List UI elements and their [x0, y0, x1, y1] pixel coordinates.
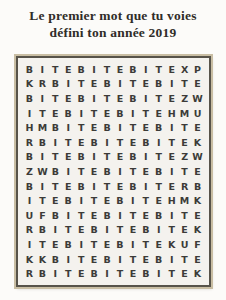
grid-cell: B — [23, 150, 36, 165]
grid-cell: R — [23, 266, 36, 281]
grid-cell: H — [23, 120, 36, 135]
grid-cell: Z — [178, 150, 191, 165]
grid-cell: E — [178, 266, 191, 281]
grid-cell: E — [126, 266, 139, 281]
grid-cell: T — [178, 164, 191, 179]
grid-cell: T — [49, 62, 62, 77]
grid-cell: I — [36, 150, 49, 165]
grid-cell: E — [101, 193, 114, 208]
grid-cell: F — [36, 208, 49, 223]
grid-cell: B — [152, 120, 165, 135]
grid-cell: I — [114, 164, 127, 179]
grid-cell: E — [126, 135, 139, 150]
grid-cell: I — [114, 208, 127, 223]
grid-cell: M — [178, 106, 191, 121]
grid-cell: I — [23, 237, 36, 252]
grid-cell: R — [23, 135, 36, 150]
grid-cell: T — [139, 193, 152, 208]
grid-cell: T — [114, 266, 127, 281]
grid-cell: B — [36, 135, 49, 150]
grid-cell: B — [62, 237, 75, 252]
grid-cell: B — [75, 91, 88, 106]
grid-cell: W — [191, 91, 204, 106]
grid-cell: E — [62, 62, 75, 77]
grid-cell: I — [165, 77, 178, 92]
grid-cell: H — [165, 106, 178, 121]
grid-cell: T — [178, 120, 191, 135]
grid-cell: B — [152, 208, 165, 223]
grid-cell: E — [88, 120, 101, 135]
grid-cell: E — [178, 223, 191, 238]
grid-cell: B — [75, 179, 88, 194]
grid-cell: I — [62, 252, 75, 267]
grid-cell: E — [139, 208, 152, 223]
grid-cell: T — [114, 223, 127, 238]
grid-cell: T — [49, 179, 62, 194]
grid-cell: T — [36, 237, 49, 252]
grid-cell: E — [191, 164, 204, 179]
grid-cell: P — [191, 62, 204, 77]
grid-cell: E — [178, 135, 191, 150]
grid-cell: E — [62, 179, 75, 194]
grid-cell: B — [191, 179, 204, 194]
grid-cell: B — [152, 252, 165, 267]
grid-cell: K — [191, 193, 204, 208]
grid-cell: W — [36, 164, 49, 179]
grid-cell: E — [191, 77, 204, 92]
grid-cell: B — [88, 223, 101, 238]
grid-cell: K — [191, 266, 204, 281]
grid-cell: B — [152, 77, 165, 92]
grid-cell: B — [101, 208, 114, 223]
grid-cell: E — [165, 150, 178, 165]
grid-cell: B — [101, 252, 114, 267]
grid-cell: B — [75, 62, 88, 77]
grid-cell: I — [75, 237, 88, 252]
grid-cell: E — [88, 164, 101, 179]
grid-cell: B — [126, 150, 139, 165]
grid-cell: E — [139, 164, 152, 179]
grid-cell: I — [36, 62, 49, 77]
grid-cell: T — [152, 62, 165, 77]
grid-cell: M — [36, 120, 49, 135]
grid-cell: U — [191, 106, 204, 121]
grid-cell: I — [165, 164, 178, 179]
grid-cell: B — [49, 120, 62, 135]
grid-cell: T — [49, 150, 62, 165]
grid-cell: E — [139, 77, 152, 92]
grid-cell: T — [88, 237, 101, 252]
grid-cell: T — [178, 208, 191, 223]
grid-cell: I — [152, 223, 165, 238]
grid-cell: I — [75, 193, 88, 208]
grid-cell: E — [191, 208, 204, 223]
grid-cell: T — [139, 237, 152, 252]
grid-cell: I — [114, 120, 127, 135]
grid-cell: I — [101, 223, 114, 238]
grid-cell: E — [139, 120, 152, 135]
puzzle-title-line1: Le premier mot que tu voies — [0, 7, 226, 24]
grid-cell: E — [101, 106, 114, 121]
grid-cell: W — [191, 150, 204, 165]
grid-cell: T — [126, 208, 139, 223]
grid-cell: B — [101, 77, 114, 92]
grid-cell: F — [191, 237, 204, 252]
grid-cell: T — [75, 164, 88, 179]
grid-cell: B — [88, 135, 101, 150]
grid-cell: U — [23, 208, 36, 223]
grid-cell: I — [126, 106, 139, 121]
grid-cell: I — [75, 106, 88, 121]
grid-cell: T — [126, 164, 139, 179]
grid-cell: T — [101, 62, 114, 77]
grid-cell: E — [152, 106, 165, 121]
grid-cell: T — [75, 252, 88, 267]
grid-cell: B — [36, 266, 49, 281]
grid-cell: K — [191, 135, 204, 150]
grid-cell: I — [139, 179, 152, 194]
grid-cell: B — [62, 106, 75, 121]
grid-cell: B — [139, 223, 152, 238]
grid-cell: I — [114, 77, 127, 92]
grid-cell: R — [36, 77, 49, 92]
grid-cell: T — [62, 266, 75, 281]
grid-cell: B — [114, 106, 127, 121]
grid-cell: I — [101, 135, 114, 150]
grid-cell: I — [139, 91, 152, 106]
grid-cell: B — [49, 77, 62, 92]
grid-cell: I — [126, 193, 139, 208]
grid-cell: I — [88, 179, 101, 194]
grid-cell: T — [36, 106, 49, 121]
grid-cell: E — [114, 150, 127, 165]
grid-cell: B — [23, 179, 36, 194]
grid-cell: I — [101, 266, 114, 281]
grid-cell: K — [191, 223, 204, 238]
grid-cell: E — [49, 237, 62, 252]
puzzle-title-line2: défini ton année 2019 — [0, 24, 226, 41]
grid-cell: I — [88, 62, 101, 77]
grid-cell: B — [75, 150, 88, 165]
grid-cell: T — [49, 91, 62, 106]
grid-cell: E — [165, 179, 178, 194]
grid-cell: T — [101, 150, 114, 165]
grid-cell: T — [178, 252, 191, 267]
grid-cell: B — [36, 223, 49, 238]
grid-cell: E — [75, 135, 88, 150]
grid-cell: H — [165, 193, 178, 208]
grid-cell: B — [126, 62, 139, 77]
grid-cell: I — [165, 208, 178, 223]
grid-cell: E — [49, 106, 62, 121]
puzzle-title: Le premier mot que tu voies défini ton a… — [0, 0, 226, 41]
grid-cell: I — [152, 266, 165, 281]
grid-cell: K — [23, 252, 36, 267]
grid-cell: B — [114, 237, 127, 252]
grid-cell: I — [49, 135, 62, 150]
grid-cell: B — [101, 164, 114, 179]
grid-cell: I — [62, 208, 75, 223]
grid-cell: T — [126, 120, 139, 135]
grid-cell: E — [126, 223, 139, 238]
grid-cell: E — [75, 223, 88, 238]
grid-cell: E — [191, 252, 204, 267]
grid-cell: T — [178, 77, 191, 92]
grid-cell: T — [101, 179, 114, 194]
grid-cell: E — [114, 91, 127, 106]
grid-cell: I — [165, 252, 178, 267]
grid-cell: E — [139, 252, 152, 267]
grid-cell: R — [23, 223, 36, 238]
grid-cell: E — [114, 62, 127, 77]
grid-cell: T — [88, 193, 101, 208]
grid-cell: B — [62, 193, 75, 208]
grid-cell: E — [88, 77, 101, 92]
grid-cell: B — [152, 164, 165, 179]
grid-cell: T — [126, 252, 139, 267]
grid-cell: E — [88, 252, 101, 267]
grid-cell: B — [23, 91, 36, 106]
grid-cell: I — [152, 135, 165, 150]
grid-cell: I — [165, 120, 178, 135]
grid-cell: I — [88, 91, 101, 106]
grid-cell: I — [126, 237, 139, 252]
grid-cell: E — [152, 193, 165, 208]
grid-cell: E — [62, 91, 75, 106]
grid-cell: B — [101, 120, 114, 135]
grid-cell: T — [101, 91, 114, 106]
grid-cell: T — [165, 135, 178, 150]
grid-cell: B — [49, 208, 62, 223]
grid-cell: I — [49, 266, 62, 281]
grid-cell: K — [165, 237, 178, 252]
grid-cell: I — [36, 179, 49, 194]
grid-cell: E — [165, 62, 178, 77]
grid-cell: E — [165, 91, 178, 106]
grid-cell: I — [139, 62, 152, 77]
grid-cell: B — [23, 62, 36, 77]
grid-cell: I — [88, 150, 101, 165]
grid-cell: E — [62, 150, 75, 165]
grid-cell: E — [88, 208, 101, 223]
grid-cell: M — [178, 193, 191, 208]
grid-cell: K — [23, 77, 36, 92]
grid-cell: E — [101, 237, 114, 252]
grid-cell: T — [36, 193, 49, 208]
grid-cell: I — [23, 193, 36, 208]
grid-cell: T — [152, 150, 165, 165]
grid-cell: T — [165, 266, 178, 281]
grid-cell: I — [23, 106, 36, 121]
grid-cell: T — [75, 120, 88, 135]
grid-cell: E — [152, 237, 165, 252]
grid-cell: T — [88, 106, 101, 121]
word-search-board: BITEBITEBITEXPKRBITEBITEBITEBITEBITEBITE… — [16, 56, 211, 287]
grid-cell: I — [36, 91, 49, 106]
grid-cell: E — [114, 179, 127, 194]
grid-cell: B — [49, 164, 62, 179]
grid-cell: K — [36, 252, 49, 267]
grid-cell: T — [165, 223, 178, 238]
grid-cell: R — [178, 179, 191, 194]
grid-cell: B — [126, 179, 139, 194]
grid-cell: B — [139, 135, 152, 150]
grid-cell: E — [49, 193, 62, 208]
grid-cell: T — [152, 91, 165, 106]
grid-cell: T — [152, 179, 165, 194]
grid-cell: T — [75, 77, 88, 92]
grid-cell: I — [62, 120, 75, 135]
grid-cell: I — [114, 252, 127, 267]
grid-cell: E — [75, 266, 88, 281]
grid-cell: Z — [178, 91, 191, 106]
grid-cell: X — [178, 62, 191, 77]
grid-cell: I — [62, 164, 75, 179]
grid-cell: B — [126, 91, 139, 106]
grid-cell: E — [191, 120, 204, 135]
grid-cell: I — [62, 77, 75, 92]
grid-cell: T — [62, 223, 75, 238]
grid-cell: I — [49, 223, 62, 238]
grid-cell: T — [75, 208, 88, 223]
grid-cell: Z — [23, 164, 36, 179]
grid-cell: T — [139, 106, 152, 121]
grid-cell: B — [88, 266, 101, 281]
grid-cell: U — [178, 237, 191, 252]
grid-cell: B — [49, 252, 62, 267]
grid-cell: B — [139, 266, 152, 281]
grid-cell: T — [62, 135, 75, 150]
grid-cell: I — [139, 150, 152, 165]
grid-cell: B — [114, 193, 127, 208]
grid-cell: T — [126, 77, 139, 92]
grid-cell: T — [114, 135, 127, 150]
